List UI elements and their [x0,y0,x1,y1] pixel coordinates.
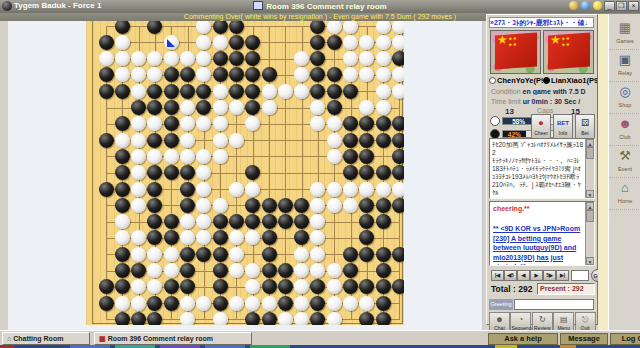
white-stone [99,51,114,66]
restore-button[interactable]: ❐ [616,1,627,11]
tab-game-room[interactable]: ▦Room 396 Comment relay room [94,332,252,345]
title-bar: Tygem Baduk - Force 1 Room 396 Comment r… [0,0,640,13]
white-stone [245,182,260,197]
black-stone-icon [543,77,550,84]
black-stone [115,116,130,131]
button-label: Info [554,131,572,136]
nav-fwd5-button[interactable]: 5▶ [543,270,556,281]
white-support-knob[interactable] [490,116,500,126]
white-stone [262,100,277,115]
black-stone [229,35,244,50]
black-stone [196,84,211,99]
white-stone [327,263,342,278]
black-stone [245,198,260,213]
white-stone [343,51,358,66]
black-stone [164,230,179,245]
black-stone [164,296,179,311]
black-stone [229,214,244,229]
white-stone [392,182,404,197]
black-stone [213,247,228,262]
black-stone [213,296,228,311]
black-stone [99,296,114,311]
last-move-marker [167,39,175,47]
white-stone [327,296,342,311]
white-stone [376,84,391,99]
black-stone [278,263,293,278]
rail-label: Home [609,198,640,204]
white-stone [229,296,244,311]
white-stone [131,149,146,164]
white-stone [131,198,146,213]
white-stone [310,247,325,262]
white-stone [180,312,195,325]
black-stone [99,182,114,197]
white-stone [245,296,260,311]
black-stone [262,263,277,278]
room-header: Room 396 Comment relay room [0,1,640,11]
lobby-background-strip [598,14,608,330]
black-player-photo: ★★★★★ [543,30,594,74]
black-stone [376,133,391,148]
condition-row: Condition en game with 7.5 D [491,88,595,95]
black-stone [115,84,130,99]
nav-back5-button[interactable]: ◀5 [504,270,517,281]
black-stone [392,51,404,66]
rail-label: Club [609,134,640,140]
black-stone [115,149,130,164]
white-stone [115,296,130,311]
games-icon: ▦ [609,18,640,38]
white-stone [327,149,342,164]
white-player-name: ChenYoYe(P9 [489,76,543,85]
black-stone [164,116,179,131]
black-stone [213,263,228,278]
rail-label: Games [609,38,640,44]
caps-label: Caps [537,107,553,114]
white-stone [229,133,244,148]
white-stone [327,116,342,131]
white-stone [213,198,228,213]
white-stone [131,247,146,262]
go-board[interactable] [86,21,404,325]
titlebar-icons [569,1,602,10]
white-stone [359,296,374,311]
house-icon: ⌂ [7,335,11,342]
commentary-line: 210ﾊﾇﾊ，ﾗﾁ．j ｽ覇ｵｾﾍｵｴﾖ鞭・ﾔｹﾙ [492,181,584,197]
black-stone [164,100,179,115]
white-stone [180,100,195,115]
black-stone [180,182,195,197]
bottom-tab-bar: ⌂Chatting Room▦Room 396 Comment relay ro… [0,330,640,345]
cursor-icon[interactable] [569,1,578,10]
black-stone [392,279,404,294]
tab-chatting-room[interactable]: ⌂Chatting Room [2,332,90,345]
nav-back-button[interactable]: ◀ [517,270,530,281]
lobby-club-button[interactable]: ☻Club [609,114,640,146]
button-label: Cheer [532,131,550,136]
rail-label: Relay [609,70,640,76]
black-stone [115,279,130,294]
white-stone [343,296,358,311]
black-stone [392,149,404,164]
tab-label: Chatting Room [13,335,63,342]
home-icon: ⌂ [609,178,640,198]
commentary-line: ﾁｾ20加画 ｿﾞｬｺﾚﾊｵﾅﾘﾒﾑｲｻﾗ簾ﾗ182 [492,141,584,157]
rail-label: Shop [609,102,640,108]
game-info-sidebar: »27ｽ・ｺﾄ的ｼｬ-鹿邪ﾋｭｽﾄ・・値↓ ★★★★★ ★★★★★ ChenYo… [486,14,598,325]
white-stone [359,35,374,50]
white-stone-icon [489,77,496,84]
white-stone [131,182,146,197]
black-stone [359,247,374,262]
black-stone [196,247,211,262]
black-player-name: LianXiao1(P9 [543,76,597,85]
white-stone [359,182,374,197]
white-stone [115,51,130,66]
black-stone [278,198,293,213]
white-stone [294,247,309,262]
black-stone [147,312,162,325]
white-stone [392,84,404,99]
black-stone [180,247,195,262]
black-stone [180,263,195,278]
black-stone [164,214,179,229]
black-stone [147,296,162,311]
white-stone [327,312,342,325]
total-moves: Total : 292 [491,284,532,294]
support-percent: 42% [503,131,526,138]
rail-label: Event [609,166,640,172]
white-stone [164,263,179,278]
white-stone [262,84,277,99]
black-stone [131,312,146,325]
black-stone [180,198,195,213]
white-stone [392,67,404,82]
chat-panel[interactable]: cheering.** ** <9D KOR vs JPN>Room [230]… [489,201,595,266]
lobby-relay-button[interactable]: ▣Relay [609,50,640,82]
black-stone [392,116,404,131]
white-stone [376,35,391,50]
black-stone [278,214,293,229]
room-header-label: Room 396 Comment relay room [266,2,386,11]
black-stone [343,84,358,99]
tab-label: Room 396 Comment relay room [108,335,213,342]
commentary-line: ﾕﾖﾖﾁｺﾚ193ﾒﾑﾊﾖｷﾖｳjﾏｳｵﾄｾﾖﾁ断ﾗ [492,173,584,181]
white-stone [327,198,342,213]
white-stone [343,21,358,34]
black-stone [164,165,179,180]
white-stone [147,247,162,262]
black-stone [310,312,325,325]
white-stone [180,51,195,66]
black-stone [115,263,130,278]
commentary-scrollbar[interactable]: ▲▼ [585,139,594,198]
black-stone [262,230,277,245]
white-stone [131,296,146,311]
white-stone [229,182,244,197]
shop-icon: ◎ [609,82,640,102]
white-stone [196,296,211,311]
white-stone [213,312,228,325]
event-icon: ⚒ [609,146,640,166]
black-stone [376,165,391,180]
black-stone [115,165,130,180]
black-stone [327,84,342,99]
lobby-shop-button[interactable]: ◎Shop [609,82,640,114]
white-stone [376,51,391,66]
white-stone [327,133,342,148]
white-stone [262,296,277,311]
black-stone [229,84,244,99]
black-stone [262,214,277,229]
black-stone [392,247,404,262]
black-stone [376,214,391,229]
white-stone [376,67,391,82]
black-stone [343,247,358,262]
black-stone [327,35,342,50]
black-stone [213,279,228,294]
white-stone [376,182,391,197]
white-stone [115,35,130,50]
white-stone [180,149,195,164]
info-icon: BET [554,115,572,131]
bet-icon: ⚄ [576,115,594,131]
white-stone [278,312,293,325]
white-stone [180,296,195,311]
white-stone [213,35,228,50]
black-stone [262,279,277,294]
white-stone [115,214,130,229]
black-stone [115,198,130,213]
white-stone [229,100,244,115]
black-stone [180,84,195,99]
commentary-text: ﾁｾ20加画 ｿﾞｬｺﾚﾊｵﾅﾘﾒﾑｲｻﾗ簾ﾗ182ﾓﾗｸﾗｷﾉﾉﾏﾗ彎ﾔﾄﾖﾑ… [492,141,584,199]
black-stone [245,35,260,50]
black-stone [99,279,114,294]
black-stone [262,67,277,82]
black-stone [278,296,293,311]
greeting-input[interactable] [514,299,594,310]
white-stone [343,182,358,197]
black-stone [376,263,391,278]
white-stone [294,312,309,325]
white-stone [294,296,309,311]
lobby-games-button[interactable]: ▦Games [609,18,640,50]
black-stone [147,133,162,148]
black-stone [99,133,114,148]
commentary-line: 183ﾁﾄﾊﾃｭ・ﾗﾒｲﾓﾗｸﾃｲｹﾖﾐﾘ寗 jﾊｵ [492,165,584,173]
black-stone [262,198,277,213]
time-limit-row: Time limit ur 0min : 30 Sec / [491,98,595,105]
white-stone [180,133,195,148]
white-stone [180,214,195,229]
black-stone [376,198,391,213]
minimize-button[interactable]: _ [604,1,615,11]
white-stone [310,182,325,197]
white-stone [131,133,146,148]
commentary-line: ﾓﾗｸﾗｷﾉﾉﾏﾗ彎ﾔﾄﾖﾑ・・・，ﾊﾆﾖﾚ [492,157,584,165]
white-stone [327,182,342,197]
black-stone [115,21,130,34]
black-stone [310,84,325,99]
betting-announcement-link[interactable]: ** <9D KOR vs JPN>Room [230] A betting g… [493,224,583,266]
window-buttons: _ ❐ × [604,1,639,11]
black-stone [376,116,391,131]
black-stone [229,21,244,34]
room-window-icon [253,1,263,10]
white-stone [164,247,179,262]
black-stone [213,67,228,82]
white-stone [164,149,179,164]
black-stone [147,182,162,197]
white-stone [376,100,391,115]
move-number-input[interactable] [571,270,589,281]
white-stone [294,263,309,278]
move-navigation: |◀◀5◀▶5▶▶|GO [491,270,595,283]
black-stone [164,279,179,294]
white-stone [196,182,211,197]
nav-first-button[interactable]: |◀ [491,270,504,281]
nav-fwd-button[interactable]: ▶ [530,270,543,281]
black-stone [327,67,342,82]
china-flag-white-player: ★★★★★ [495,33,537,70]
message-button[interactable]: Message [560,333,608,345]
ask-a-help-button[interactable]: Ask a help [488,333,558,345]
black-stone [213,21,228,34]
white-stone [196,198,211,213]
black-stone [310,296,325,311]
black-stone [115,312,130,325]
white-stone [213,100,228,115]
white-stone [164,51,179,66]
close-button[interactable]: × [628,1,639,11]
white-stone [294,84,309,99]
white-stone [115,133,130,148]
black-stone [376,247,391,262]
black-stone [229,51,244,66]
cheer-message: cheering.** [493,205,530,212]
black-stone [115,247,130,262]
black-stone [147,84,162,99]
black-stone [327,100,342,115]
white-stone [327,279,342,294]
black-stone [392,133,404,148]
white-stone [229,263,244,278]
black-stone [359,312,374,325]
white-stone [392,35,404,50]
black-stone [99,67,114,82]
commentary-panel[interactable]: ﾁｾ20加画 ｿﾞｬｺﾚﾊｵﾅﾘﾒﾑｲｻﾗ簾ﾗ182ﾓﾗｸﾗｷﾉﾉﾏﾗ彎ﾔﾄﾖﾑ… [489,138,595,199]
black-stone [343,263,358,278]
lobby-event-button[interactable]: ⚒Event [609,146,640,178]
black-stone [245,312,260,325]
magnifier-icon[interactable] [581,1,590,10]
marquee-banner: »27ｽ・ｺﾄ的ｼｬ-鹿邪ﾋｭｽﾄ・・値↓ [489,17,594,28]
room-icon: ▦ [99,335,106,342]
black-stone [278,279,293,294]
white-stone [213,133,228,148]
lobby-icon-rail: ▦Games▣Relay◎Shop☻Club⚒Event⌂Home [608,14,640,330]
present-move: Present : 292 [537,283,595,295]
white-player-photo: ★★★★★ [490,30,541,74]
black-stone [359,198,374,213]
white-stone [392,21,404,34]
greeting-label: Greeting [489,299,513,310]
black-stone [213,51,228,66]
black-stone [164,84,179,99]
black-stone [376,279,391,294]
black-stone [245,84,260,99]
support-percent: 58% [503,118,534,125]
white-stone [131,84,146,99]
lamp-icon[interactable] [593,1,602,10]
nav-last-button[interactable]: ▶| [556,270,569,281]
commentary-line: ｼﾞ訪｡ [492,197,584,199]
black-stone [262,312,277,325]
club-icon: ☻ [609,114,640,134]
white-stone [196,35,211,50]
black-stone [392,165,404,180]
black-stone [99,84,114,99]
black-stone [213,214,228,229]
chat-scrollbar[interactable]: ▲▼ [585,202,594,265]
white-stone [343,35,358,50]
black-stone [131,263,146,278]
white-stone [343,198,358,213]
black-stone [164,133,179,148]
relay-icon: ▣ [609,50,640,70]
log-out-button[interactable]: Log Out [610,333,640,345]
white-stone [327,21,342,34]
black-stone [99,35,114,50]
black-stone [115,182,130,197]
black-stone [392,198,404,213]
button-label: Bet [576,131,594,136]
white-stone [213,116,228,131]
black-stone [359,133,374,148]
black-stone [262,247,277,262]
black-stone [294,198,309,213]
black-stone [343,149,358,164]
black-stone [131,100,146,115]
black-stone [376,312,391,325]
black-stone [213,230,228,245]
white-stone [229,247,244,262]
white-captures: 13 [505,107,514,116]
white-stone [376,21,391,34]
black-stone [376,296,391,311]
lobby-home-button[interactable]: ⌂Home [609,178,640,210]
cheer-icon: ● [532,115,550,131]
black-stone [164,67,179,82]
white-stone [213,84,228,99]
china-flag-black-player: ★★★★★ [548,33,590,70]
black-stone [343,133,358,148]
white-stone [278,84,293,99]
white-stone [213,149,228,164]
